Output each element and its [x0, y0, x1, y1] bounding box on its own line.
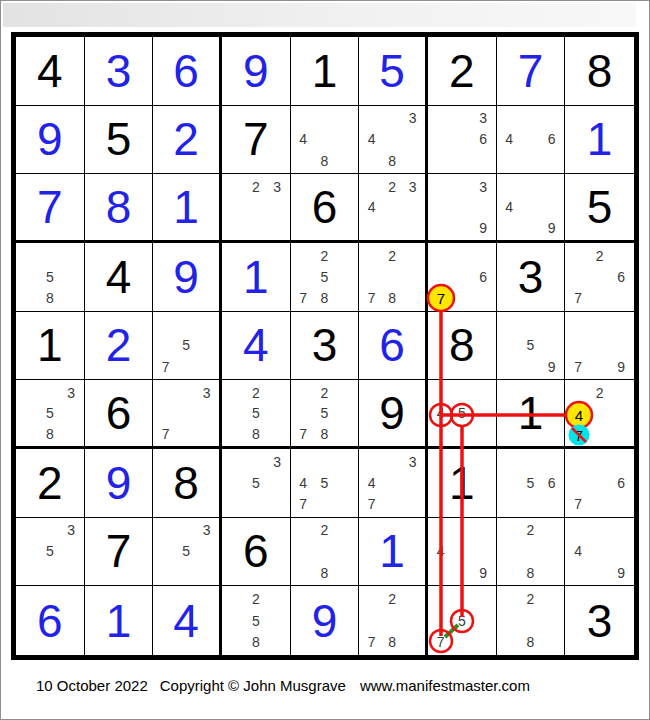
cell-r5c2[interactable]: 2	[85, 312, 154, 381]
pencil-mark	[520, 129, 541, 150]
pencil-mark	[39, 245, 60, 266]
cell-r7c4[interactable]: 35	[222, 449, 291, 518]
pencil-mark	[18, 541, 39, 562]
pencil-mark	[224, 472, 245, 493]
cell-r2c6[interactable]: 348	[359, 106, 428, 175]
pencil-mark	[224, 176, 245, 197]
pencil-mark: 2	[589, 382, 611, 403]
pencil-mark: 7	[361, 631, 382, 653]
pencil-mark: 7	[430, 631, 451, 653]
pencil-mark: 9	[541, 217, 562, 238]
cell-r6c6[interactable]: 9	[359, 380, 428, 449]
pencil-mark	[430, 287, 451, 308]
pencil-mark	[361, 588, 382, 610]
cell-r7c5[interactable]: 457	[291, 449, 360, 518]
pencil-mark	[430, 588, 451, 610]
pencil-mark: 2	[245, 382, 266, 403]
pencil-mark	[451, 266, 472, 287]
pencil-mark	[60, 245, 81, 266]
solved-digit: 9	[106, 460, 132, 506]
pencil-mark	[155, 562, 176, 583]
given-digit: 1	[37, 322, 63, 368]
cell-r9c3[interactable]: 4	[153, 586, 222, 655]
cell-r8c6[interactable]: 1	[359, 518, 428, 587]
cell-r9c2[interactable]: 1	[85, 586, 154, 655]
pencil-mark: 3	[60, 382, 81, 403]
cell-r5c4[interactable]: 4	[222, 312, 291, 381]
pencil-mark	[314, 451, 335, 472]
pencil-mark	[567, 403, 589, 424]
pencil-mark	[176, 314, 197, 335]
pencil-mark: 2	[314, 520, 335, 541]
pencil-mark	[266, 493, 287, 514]
solved-digit: 2	[173, 116, 199, 162]
cell-r3c1[interactable]: 7	[16, 174, 85, 243]
cell-r4c6[interactable]: 278	[359, 243, 428, 312]
cell-r8c5[interactable]: 28	[291, 518, 360, 587]
pencil-mark: 8	[382, 631, 403, 653]
pencil-mark: 4	[361, 129, 382, 150]
cell-r9c9[interactable]: 3	[565, 586, 634, 655]
pencil-mark	[451, 176, 472, 197]
pencil-mark	[335, 245, 356, 266]
cell-r2c1[interactable]: 9	[16, 106, 85, 175]
solved-digit: 4	[243, 322, 269, 368]
cell-r6c3[interactable]: 37	[153, 380, 222, 449]
pencil-mark	[567, 562, 589, 583]
pencil-mark	[293, 541, 314, 562]
pencil-mark	[541, 588, 562, 610]
cell-r7c9[interactable]: 67	[565, 449, 634, 518]
solved-digit: 9	[312, 598, 338, 644]
pencil-mark: 8	[314, 287, 335, 308]
cell-r5c8[interactable]: 59	[497, 312, 566, 381]
cell-r4c3[interactable]: 9	[153, 243, 222, 312]
solved-digit: 8	[106, 184, 132, 230]
pencil-mark	[451, 562, 472, 583]
pencil-mark: 4	[430, 403, 451, 424]
pencil-mark	[18, 287, 39, 308]
pencil-mark	[541, 631, 562, 653]
pencil-mark: 7	[293, 423, 314, 444]
pencil-mark	[176, 520, 197, 541]
given-digit: 1	[518, 390, 544, 436]
given-digit: 9	[379, 390, 405, 436]
pencil-mark	[18, 403, 39, 424]
pencil-mark	[610, 314, 632, 335]
cell-r7c3[interactable]: 8	[153, 449, 222, 518]
pencil-mark	[155, 335, 176, 356]
cell-r3c9[interactable]: 5	[565, 174, 634, 243]
cell-r1c9[interactable]: 8	[565, 37, 634, 106]
pencil-mark	[610, 287, 632, 308]
cell-r5c1[interactable]: 1	[16, 312, 85, 381]
pencil-mark	[520, 150, 541, 171]
pencil-mark	[361, 108, 382, 129]
pencil-mark: 5	[39, 403, 60, 424]
pencil-mark	[155, 314, 176, 335]
pencil-mark	[451, 150, 472, 171]
pencil-mark	[224, 423, 245, 444]
given-digit: 4	[106, 254, 132, 300]
pencil-mark	[293, 403, 314, 424]
pencil-mark	[18, 245, 39, 266]
pencil-mark	[541, 197, 562, 218]
pencil-mark	[430, 197, 451, 218]
pencil-mark	[266, 610, 287, 632]
pencil-mark	[499, 335, 520, 356]
pencil-mark	[472, 541, 493, 562]
pencil-mark: 6	[610, 266, 632, 287]
solved-digit: 1	[173, 184, 199, 230]
cell-r7c1[interactable]: 2	[16, 449, 85, 518]
pencil-mark	[499, 451, 520, 472]
cell-r6c1[interactable]: 358	[16, 380, 85, 449]
cell-r3c6[interactable]: 234	[359, 174, 428, 243]
cell-r7c6[interactable]: 347	[359, 449, 428, 518]
given-digit: 3	[518, 254, 544, 300]
pencil-mark	[567, 335, 589, 356]
pencil-mark	[39, 382, 60, 403]
solved-digit: 1	[379, 528, 405, 574]
pencil-mark: 2	[245, 176, 266, 197]
cell-r8c8[interactable]: 28	[497, 518, 566, 587]
pencil-mark	[499, 217, 520, 238]
pencil-mark	[430, 217, 451, 238]
pencil-mark	[520, 610, 541, 632]
given-digit: 1	[312, 48, 338, 94]
pencil-mark: 7	[293, 287, 314, 308]
pencil-mark: 4	[499, 129, 520, 150]
cell-r9c4[interactable]: 258	[222, 586, 291, 655]
pencil-mark: 5	[314, 266, 335, 287]
pencil-mark	[567, 451, 589, 472]
cell-r5c7[interactable]: 8	[428, 312, 497, 381]
cell-r6c8[interactable]: 1	[497, 380, 566, 449]
pencil-mark	[402, 245, 423, 266]
pencil-mark	[60, 266, 81, 287]
pencil-mark: 3	[60, 520, 81, 541]
pencil-mark	[361, 245, 382, 266]
solved-digit: 9	[243, 48, 269, 94]
pencil-mark: 4	[361, 197, 382, 218]
pencil-mark	[335, 129, 356, 150]
pencil-mark	[499, 108, 520, 129]
pencil-mark	[155, 403, 176, 424]
solved-digit: 6	[379, 322, 405, 368]
pencil-mark	[60, 287, 81, 308]
pencil-mark	[430, 610, 451, 632]
pencil-mark	[266, 382, 287, 403]
pencil-mark	[541, 541, 562, 562]
pencil-mark	[382, 493, 403, 514]
cell-r3c3[interactable]: 1	[153, 174, 222, 243]
pencil-mark	[520, 217, 541, 238]
pencil-mark	[293, 451, 314, 472]
cell-r4c7[interactable]: 6	[428, 243, 497, 312]
pencil-mark	[402, 493, 423, 514]
pencil-mark	[224, 217, 245, 238]
pencil-mark	[402, 197, 423, 218]
cell-r7c2[interactable]: 9	[85, 449, 154, 518]
pencil-mark: 4	[361, 472, 382, 493]
pencil-mark	[196, 423, 217, 444]
pencil-mark	[520, 108, 541, 129]
pencil-mark	[361, 451, 382, 472]
pencil-mark	[451, 108, 472, 129]
cell-r4c9[interactable]: 267	[565, 243, 634, 312]
pencil-mark	[589, 541, 611, 562]
cell-r7c8[interactable]: 56	[497, 449, 566, 518]
pencil-mark: 7	[567, 493, 589, 514]
pencil-mark	[196, 335, 217, 356]
given-digit: 8	[173, 460, 199, 506]
pencil-mark	[176, 562, 197, 583]
given-digit: 3	[587, 598, 613, 644]
cell-r4c1[interactable]: 58	[16, 243, 85, 312]
pencil-mark	[472, 150, 493, 171]
pencil-mark	[266, 403, 287, 424]
pencil-mark: 5	[39, 541, 60, 562]
cell-r2c4[interactable]: 7	[222, 106, 291, 175]
pencil-mark	[382, 217, 403, 238]
solved-digit: 1	[106, 598, 132, 644]
pencil-mark: 8	[382, 287, 403, 308]
pencil-mark	[18, 266, 39, 287]
pencil-mark: 5	[245, 403, 266, 424]
footer-copyright: Copyright © John Musgrave	[160, 677, 346, 694]
cell-r2c2[interactable]: 5	[85, 106, 154, 175]
pencil-mark	[567, 382, 589, 403]
pencil-mark	[451, 588, 472, 610]
cell-r6c9[interactable]: 2	[565, 380, 634, 449]
pencil-mark	[589, 451, 611, 472]
pencil-mark	[499, 150, 520, 171]
pencil-mark: 8	[382, 150, 403, 171]
pencil-mark	[60, 541, 81, 562]
cell-r4c4[interactable]: 1	[222, 243, 291, 312]
pencil-mark	[224, 588, 245, 610]
pencil-mark: 9	[610, 562, 632, 583]
pencil-mark	[430, 108, 451, 129]
cell-r6c4[interactable]: 258	[222, 380, 291, 449]
pencil-mark	[155, 382, 176, 403]
pencil-mark	[335, 541, 356, 562]
cell-r4c5[interactable]: 2578	[291, 243, 360, 312]
pencil-mark	[472, 197, 493, 218]
pencil-mark	[430, 176, 451, 197]
cell-r1c6[interactable]: 5	[359, 37, 428, 106]
pencil-mark: 2	[382, 245, 403, 266]
pencil-mark	[196, 541, 217, 562]
solved-digit: 9	[37, 116, 63, 162]
pencil-mark	[314, 129, 335, 150]
pencil-mark: 2	[589, 245, 611, 266]
pencil-mark: 8	[520, 562, 541, 583]
pencil-mark	[451, 423, 472, 444]
solved-digit: 9	[173, 254, 199, 300]
cell-r8c4[interactable]: 6	[222, 518, 291, 587]
cell-r2c3[interactable]: 2	[153, 106, 222, 175]
solved-digit: 4	[173, 598, 199, 644]
cell-r8c1[interactable]: 35	[16, 518, 85, 587]
footer: 10 October 2022 Copyright © John Musgrav…	[36, 677, 530, 694]
cell-r1c3[interactable]: 6	[153, 37, 222, 106]
cell-r3c7[interactable]: 39	[428, 174, 497, 243]
cell-r1c5[interactable]: 1	[291, 37, 360, 106]
pencil-mark	[589, 562, 611, 583]
pencil-mark	[224, 631, 245, 653]
pencil-mark	[402, 150, 423, 171]
pencil-mark: 6	[610, 472, 632, 493]
pencil-mark: 5	[314, 403, 335, 424]
cell-r1c2[interactable]: 3	[85, 37, 154, 106]
given-digit: 5	[587, 184, 613, 230]
pencil-mark	[176, 423, 197, 444]
cell-r7c7[interactable]: 1	[428, 449, 497, 518]
cell-r4c2[interactable]: 4	[85, 243, 154, 312]
pencil-mark	[541, 493, 562, 514]
pencil-mark: 6	[472, 129, 493, 150]
pencil-mark: 3	[472, 176, 493, 197]
pencil-mark	[176, 403, 197, 424]
solved-digit: 6	[37, 598, 63, 644]
cell-r2c9[interactable]: 1	[565, 106, 634, 175]
pencil-mark: 5	[245, 610, 266, 632]
solved-digit: 3	[106, 48, 132, 94]
cell-r6c7[interactable]: 45	[428, 380, 497, 449]
cell-r2c8[interactable]: 46	[497, 106, 566, 175]
solved-digit: 2	[106, 322, 132, 368]
pencil-mark: 3	[472, 108, 493, 129]
pencil-mark	[18, 382, 39, 403]
pencil-mark: 7	[361, 287, 382, 308]
pencil-mark	[196, 403, 217, 424]
pencil-mark	[335, 472, 356, 493]
pencil-mark: 3	[402, 176, 423, 197]
pencil-mark: 5	[39, 266, 60, 287]
cell-r6c2[interactable]: 6	[85, 380, 154, 449]
cell-r9c6[interactable]: 278	[359, 586, 428, 655]
pencil-mark	[472, 403, 493, 424]
cell-r5c5[interactable]: 3	[291, 312, 360, 381]
pencil-mark: 3	[266, 176, 287, 197]
pencil-mark	[361, 176, 382, 197]
given-digit: 6	[106, 390, 132, 436]
pencil-mark	[335, 451, 356, 472]
cell-r8c3[interactable]: 35	[153, 518, 222, 587]
pencil-mark	[314, 108, 335, 129]
pencil-mark	[472, 287, 493, 308]
pencil-mark	[402, 217, 423, 238]
cell-r2c5[interactable]: 48	[291, 106, 360, 175]
pencil-mark	[60, 562, 81, 583]
cell-r1c1[interactable]: 4	[16, 37, 85, 106]
pencil-mark	[430, 520, 451, 541]
pencil-mark	[567, 520, 589, 541]
pencil-mark	[610, 493, 632, 514]
pencil-mark	[245, 493, 266, 514]
pencil-mark	[520, 314, 541, 335]
pencil-mark	[610, 520, 632, 541]
pencil-mark: 8	[39, 287, 60, 308]
pencil-mark	[18, 562, 39, 583]
cell-r9c7[interactable]: 57	[428, 586, 497, 655]
solved-digit: 6	[173, 48, 199, 94]
cell-r9c5[interactable]: 9	[291, 586, 360, 655]
pencil-mark	[430, 562, 451, 583]
cell-r9c8[interactable]: 28	[497, 586, 566, 655]
pencil-mark	[541, 451, 562, 472]
pencil-mark	[541, 176, 562, 197]
pencil-mark	[610, 541, 632, 562]
pencil-mark	[589, 266, 611, 287]
pencil-mark	[451, 541, 472, 562]
pencil-mark: 2	[520, 520, 541, 541]
pencil-mark	[224, 197, 245, 218]
pencil-mark	[18, 520, 39, 541]
cell-r3c2[interactable]: 8	[85, 174, 154, 243]
pencil-mark	[430, 423, 451, 444]
cell-r3c5[interactable]: 6	[291, 174, 360, 243]
cell-r1c7[interactable]: 2	[428, 37, 497, 106]
cell-r2c7[interactable]: 36	[428, 106, 497, 175]
pencil-mark	[451, 245, 472, 266]
pencil-mark: 8	[520, 631, 541, 653]
cell-r6c5[interactable]: 2578	[291, 380, 360, 449]
pencil-mark	[499, 356, 520, 377]
pencil-mark	[402, 266, 423, 287]
pencil-mark	[610, 451, 632, 472]
cell-r3c8[interactable]: 49	[497, 174, 566, 243]
cell-r3c4[interactable]: 23	[222, 174, 291, 243]
cell-r1c4[interactable]: 9	[222, 37, 291, 106]
pencil-mark	[224, 403, 245, 424]
cell-r5c9[interactable]: 79	[565, 312, 634, 381]
pencil-mark: 2	[314, 382, 335, 403]
cell-r8c7[interactable]: 49	[428, 518, 497, 587]
cell-r8c9[interactable]: 49	[565, 518, 634, 587]
cell-r8c2[interactable]: 7	[85, 518, 154, 587]
pencil-mark: 3	[402, 108, 423, 129]
pencil-mark: 2	[382, 176, 403, 197]
pencil-mark	[541, 520, 562, 541]
pencil-mark	[499, 631, 520, 653]
pencil-mark	[541, 610, 562, 632]
cell-r5c6[interactable]: 6	[359, 312, 428, 381]
pencil-mark	[541, 562, 562, 583]
cell-r4c8[interactable]: 3	[497, 243, 566, 312]
pencil-mark	[60, 423, 81, 444]
pencil-mark	[245, 451, 266, 472]
pencil-mark	[499, 610, 520, 632]
pencil-mark	[196, 562, 217, 583]
pencil-mark	[266, 588, 287, 610]
pencil-mark	[589, 493, 611, 514]
cell-r5c3[interactable]: 57	[153, 312, 222, 381]
cell-r1c8[interactable]: 7	[497, 37, 566, 106]
cell-r9c1[interactable]: 6	[16, 586, 85, 655]
pencil-mark	[589, 472, 611, 493]
given-digit: 6	[243, 528, 269, 574]
solved-digit: 1	[243, 254, 269, 300]
pencil-mark	[451, 217, 472, 238]
pencil-mark	[567, 266, 589, 287]
pencil-mark: 2	[382, 588, 403, 610]
pencil-mark	[610, 335, 632, 356]
pencil-mark	[18, 423, 39, 444]
pencil-mark	[402, 610, 423, 632]
